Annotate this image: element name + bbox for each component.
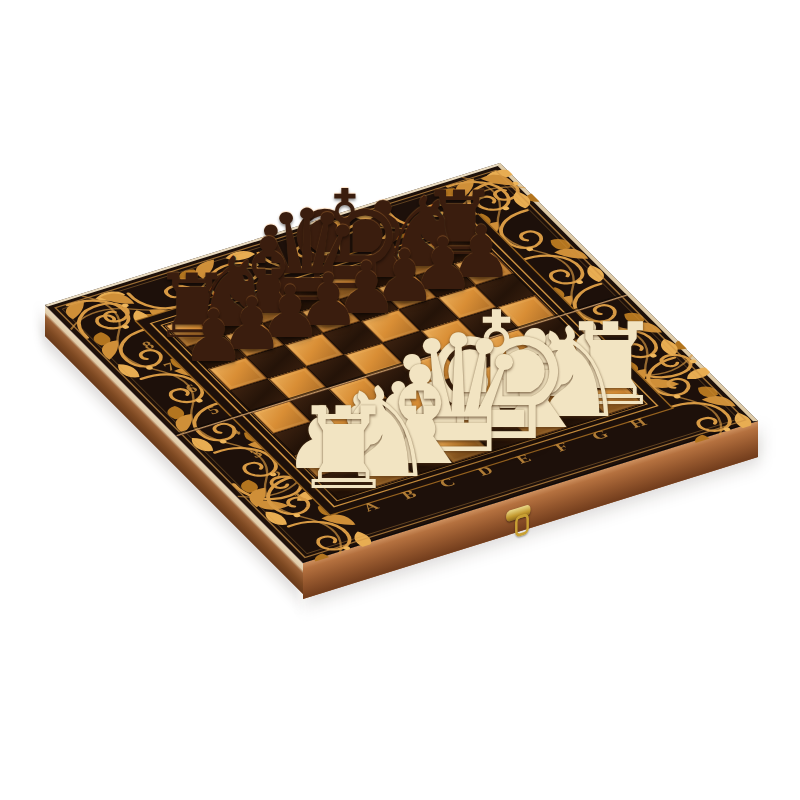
board-top-face: ABCDEFGH12345678 xyxy=(45,163,758,563)
file-label-d: D xyxy=(474,463,498,478)
file-label-a: A xyxy=(359,499,383,514)
file-label-c: C xyxy=(435,475,459,490)
file-label-e: E xyxy=(512,452,535,467)
file-label-f: F xyxy=(551,440,573,455)
file-label-h: H xyxy=(626,415,651,431)
file-label-b: B xyxy=(398,487,421,502)
file-label-g: G xyxy=(588,427,613,443)
product-photo-scene: ABCDEFGH12345678 ♜♞♝♛♚♝♞♜♟♟♟♟♟♟♟♟♟♟♟♟♟♟♟… xyxy=(0,0,800,800)
brass-clasp xyxy=(506,502,535,551)
clasp-hook-icon xyxy=(515,512,529,537)
